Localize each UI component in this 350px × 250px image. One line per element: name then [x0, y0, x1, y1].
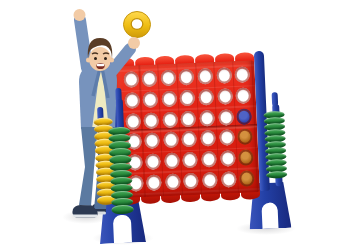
- left-green-ring-stack: [108, 127, 134, 214]
- held-ring: [124, 12, 151, 38]
- scene: [0, 0, 350, 250]
- child-left-fist: [74, 9, 86, 21]
- left-ring-stacks: [86, 48, 296, 250]
- child-right-hand: [128, 37, 140, 49]
- green-ring: [111, 205, 133, 214]
